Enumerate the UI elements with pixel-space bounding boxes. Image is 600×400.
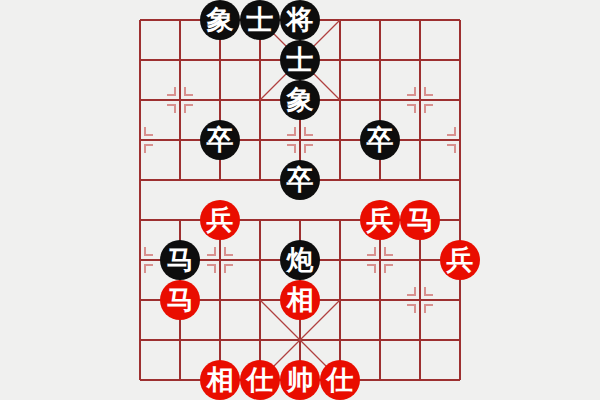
piece-red-soldier-c5[interactable]: 兵 xyxy=(200,200,240,240)
pieces-layer: 象士将士象卒卒卒兵兵马马炮兵马相相仕帅仕 xyxy=(120,0,480,400)
piece-red-horse-b3[interactable]: 马 xyxy=(160,280,200,320)
piece-black-elephant-e8[interactable]: 象 xyxy=(280,80,320,120)
piece-black-advisor-e9[interactable]: 士 xyxy=(280,40,320,80)
piece-red-elephant-e3[interactable]: 相 xyxy=(280,280,320,320)
piece-black-elephant-c10[interactable]: 象 xyxy=(200,0,240,40)
piece-black-advisor-d10[interactable]: 士 xyxy=(240,0,280,40)
piece-black-general-e10[interactable]: 将 xyxy=(280,0,320,40)
piece-black-soldier-c7[interactable]: 卒 xyxy=(200,120,240,160)
piece-black-cannon-e4[interactable]: 炮 xyxy=(280,240,320,280)
piece-black-soldier-g7[interactable]: 卒 xyxy=(360,120,400,160)
piece-black-horse-b4[interactable]: 马 xyxy=(160,240,200,280)
piece-red-soldier-i4[interactable]: 兵 xyxy=(440,240,480,280)
piece-red-elephant-c1[interactable]: 相 xyxy=(200,360,240,400)
piece-red-advisor-d1[interactable]: 仕 xyxy=(240,360,280,400)
piece-red-general-e1[interactable]: 帅 xyxy=(280,360,320,400)
xiangqi-board: 象士将士象卒卒卒兵兵马马炮兵马相相仕帅仕 xyxy=(0,0,600,400)
piece-red-advisor-f1[interactable]: 仕 xyxy=(320,360,360,400)
piece-black-soldier-e6[interactable]: 卒 xyxy=(280,160,320,200)
piece-red-soldier-g5[interactable]: 兵 xyxy=(360,200,400,240)
piece-red-horse-h5[interactable]: 马 xyxy=(400,200,440,240)
